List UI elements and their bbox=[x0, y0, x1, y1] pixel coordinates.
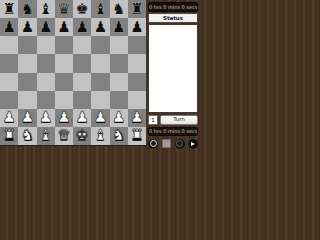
white-rook: ♜ bbox=[2, 128, 15, 143]
square-d5[interactable] bbox=[55, 54, 73, 72]
square-c3[interactable] bbox=[37, 91, 55, 109]
play-button[interactable] bbox=[188, 139, 198, 149]
white-pawn: ♟ bbox=[21, 110, 34, 125]
move-list[interactable] bbox=[148, 24, 198, 113]
square-b5[interactable] bbox=[18, 54, 36, 72]
square-b2[interactable]: ♟ bbox=[18, 109, 36, 127]
square-g4[interactable] bbox=[110, 73, 128, 91]
black-king: ♚ bbox=[75, 2, 88, 17]
square-f4[interactable] bbox=[91, 73, 109, 91]
white-clock: 0 hrs 0 mins 0 secs bbox=[148, 127, 198, 136]
square-d1[interactable]: ♛ bbox=[55, 127, 73, 145]
stop-icon bbox=[162, 139, 171, 148]
square-b7[interactable]: ♟ bbox=[18, 18, 36, 36]
square-h1[interactable]: ♜ bbox=[128, 127, 146, 145]
square-c4[interactable] bbox=[37, 73, 55, 91]
record-button[interactable] bbox=[148, 139, 158, 149]
square-d2[interactable]: ♟ bbox=[55, 109, 73, 127]
square-a5[interactable] bbox=[0, 54, 18, 72]
square-b4[interactable] bbox=[18, 73, 36, 91]
square-d4[interactable] bbox=[55, 73, 73, 91]
square-h6[interactable] bbox=[128, 36, 146, 54]
white-pawn: ♟ bbox=[112, 110, 125, 125]
move-number-row: 1 Turn bbox=[148, 115, 198, 125]
white-pawn: ♟ bbox=[75, 110, 88, 125]
square-d3[interactable] bbox=[55, 91, 73, 109]
square-a4[interactable] bbox=[0, 73, 18, 91]
black-queen: ♛ bbox=[57, 2, 70, 17]
square-h4[interactable] bbox=[128, 73, 146, 91]
black-pawn: ♟ bbox=[2, 20, 15, 35]
square-g2[interactable]: ♟ bbox=[110, 109, 128, 127]
turn-button[interactable]: Turn bbox=[160, 115, 198, 125]
black-clock: 0 hrs 0 mins 0 secs bbox=[148, 2, 198, 12]
black-pawn: ♟ bbox=[39, 20, 52, 35]
square-f6[interactable] bbox=[91, 36, 109, 54]
black-bishop: ♝ bbox=[94, 2, 107, 17]
white-knight: ♞ bbox=[112, 128, 125, 143]
status-label: Status bbox=[148, 13, 198, 23]
black-pawn: ♟ bbox=[21, 20, 34, 35]
square-f8[interactable]: ♝ bbox=[91, 0, 109, 18]
square-a3[interactable] bbox=[0, 91, 18, 109]
square-g1[interactable]: ♞ bbox=[110, 127, 128, 145]
white-rook: ♜ bbox=[130, 128, 143, 143]
square-h5[interactable] bbox=[128, 54, 146, 72]
white-bishop: ♝ bbox=[39, 128, 52, 143]
square-b8[interactable]: ♞ bbox=[18, 0, 36, 18]
black-rook: ♜ bbox=[130, 2, 143, 17]
play-icon bbox=[191, 142, 195, 146]
white-queen: ♛ bbox=[57, 128, 70, 143]
white-pawn: ♟ bbox=[39, 110, 52, 125]
square-e5[interactable] bbox=[73, 54, 91, 72]
square-f2[interactable]: ♟ bbox=[91, 109, 109, 127]
black-knight: ♞ bbox=[21, 2, 34, 17]
square-b1[interactable]: ♞ bbox=[18, 127, 36, 145]
square-a8[interactable]: ♜ bbox=[0, 0, 18, 18]
square-b6[interactable] bbox=[18, 36, 36, 54]
square-h3[interactable] bbox=[128, 91, 146, 109]
square-g7[interactable]: ♟ bbox=[110, 18, 128, 36]
square-g3[interactable] bbox=[110, 91, 128, 109]
black-pawn: ♟ bbox=[57, 20, 70, 35]
white-pawn: ♟ bbox=[130, 110, 143, 125]
black-pawn: ♟ bbox=[130, 20, 143, 35]
white-pawn: ♟ bbox=[2, 110, 15, 125]
square-c6[interactable] bbox=[37, 36, 55, 54]
ring-icon bbox=[176, 140, 183, 147]
chess-app-window: { "game": "chess", "position": { "fen": … bbox=[0, 0, 200, 150]
square-e8[interactable]: ♚ bbox=[73, 0, 91, 18]
square-f5[interactable] bbox=[91, 54, 109, 72]
square-c5[interactable] bbox=[37, 54, 55, 72]
white-pawn: ♟ bbox=[94, 110, 107, 125]
side-panel: 0 hrs 0 mins 0 secs Status 1 Turn 0 hrs … bbox=[148, 2, 198, 149]
square-g6[interactable] bbox=[110, 36, 128, 54]
playback-controls bbox=[148, 138, 198, 149]
square-d6[interactable] bbox=[55, 36, 73, 54]
move-number-field[interactable]: 1 bbox=[148, 115, 158, 125]
square-c2[interactable]: ♟ bbox=[37, 109, 55, 127]
black-rook: ♜ bbox=[2, 2, 15, 17]
black-pawn: ♟ bbox=[112, 20, 125, 35]
square-e1[interactable]: ♚ bbox=[73, 127, 91, 145]
square-c7[interactable]: ♟ bbox=[37, 18, 55, 36]
square-a1[interactable]: ♜ bbox=[0, 127, 18, 145]
square-a6[interactable] bbox=[0, 36, 18, 54]
square-h7[interactable]: ♟ bbox=[128, 18, 146, 36]
white-knight: ♞ bbox=[21, 128, 34, 143]
white-pawn: ♟ bbox=[57, 110, 70, 125]
pause-button[interactable] bbox=[175, 139, 185, 149]
white-bishop: ♝ bbox=[94, 128, 107, 143]
square-f1[interactable]: ♝ bbox=[91, 127, 109, 145]
square-a7[interactable]: ♟ bbox=[0, 18, 18, 36]
square-e2[interactable]: ♟ bbox=[73, 109, 91, 127]
square-h2[interactable]: ♟ bbox=[128, 109, 146, 127]
chess-board: ♜♞♝♛♚♝♞♜♟♟♟♟♟♟♟♟♟♟♟♟♟♟♟♟♜♞♝♛♚♝♞♜ bbox=[0, 0, 146, 145]
square-d7[interactable]: ♟ bbox=[55, 18, 73, 36]
square-h8[interactable]: ♜ bbox=[128, 0, 146, 18]
square-c8[interactable]: ♝ bbox=[37, 0, 55, 18]
record-icon bbox=[150, 140, 157, 147]
square-d8[interactable]: ♛ bbox=[55, 0, 73, 18]
black-pawn: ♟ bbox=[94, 20, 107, 35]
square-f3[interactable] bbox=[91, 91, 109, 109]
white-king: ♚ bbox=[75, 128, 88, 143]
square-f7[interactable]: ♟ bbox=[91, 18, 109, 36]
black-bishop: ♝ bbox=[39, 2, 52, 17]
square-e6[interactable] bbox=[73, 36, 91, 54]
square-e3[interactable] bbox=[73, 91, 91, 109]
black-pawn: ♟ bbox=[75, 20, 88, 35]
square-b3[interactable] bbox=[18, 91, 36, 109]
square-g5[interactable] bbox=[110, 54, 128, 72]
square-g8[interactable]: ♞ bbox=[110, 0, 128, 18]
square-c1[interactable]: ♝ bbox=[37, 127, 55, 145]
square-a2[interactable]: ♟ bbox=[0, 109, 18, 127]
square-e4[interactable] bbox=[73, 73, 91, 91]
square-e7[interactable]: ♟ bbox=[73, 18, 91, 36]
stop-button[interactable] bbox=[161, 139, 171, 149]
black-knight: ♞ bbox=[112, 2, 125, 17]
